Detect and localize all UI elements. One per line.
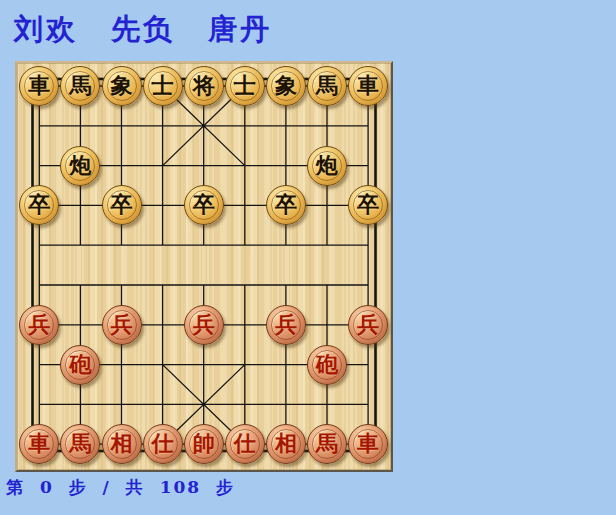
piece-ring (189, 71, 219, 101)
piece-ring (230, 71, 260, 101)
piece-red-cannon[interactable]: 砲 (60, 345, 100, 385)
piece-label: 卒 (357, 193, 379, 215)
piece-ring (271, 190, 301, 220)
piece-label: 卒 (111, 193, 133, 215)
piece-ring (107, 429, 137, 459)
piece-ring (312, 350, 342, 380)
piece-ring (312, 429, 342, 459)
match-title: 刘欢 先负 唐丹 (14, 10, 272, 50)
xiangqi-board[interactable]: 車馬象士将士象馬車炮炮卒卒卒卒卒兵兵兵兵兵砲砲車馬相仕帥仕相馬車 (15, 61, 393, 472)
piece-red-advisor[interactable]: 仕 (143, 424, 183, 464)
piece-red-soldier[interactable]: 兵 (348, 305, 388, 345)
piece-ring (312, 71, 342, 101)
piece-label: 砲 (69, 353, 91, 375)
piece-red-elephant[interactable]: 相 (266, 424, 306, 464)
piece-label: 兵 (111, 313, 133, 335)
app-window: 刘欢 先负 唐丹 車馬象士将士象馬車炮炮卒卒卒卒卒兵兵兵兵兵砲砲車馬相仕帥仕相馬… (0, 0, 616, 515)
piece-ring (24, 429, 54, 459)
piece-label: 卒 (193, 193, 215, 215)
piece-label: 馬 (316, 74, 338, 96)
piece-red-chariot[interactable]: 車 (348, 424, 388, 464)
piece-red-advisor[interactable]: 仕 (225, 424, 265, 464)
piece-ring (107, 190, 137, 220)
piece-ring (353, 310, 383, 340)
piece-ring (271, 429, 301, 459)
piece-ring (24, 71, 54, 101)
piece-ring (107, 310, 137, 340)
piece-label: 馬 (316, 432, 338, 454)
piece-ring (271, 310, 301, 340)
piece-label: 兵 (357, 313, 379, 335)
piece-ring (353, 190, 383, 220)
piece-label: 馬 (69, 432, 91, 454)
piece-ring (189, 429, 219, 459)
piece-red-general[interactable]: 帥 (184, 424, 224, 464)
piece-black-elephant[interactable]: 象 (266, 66, 306, 106)
piece-label: 兵 (193, 313, 215, 335)
piece-black-elephant[interactable]: 象 (102, 66, 142, 106)
piece-ring (107, 71, 137, 101)
piece-black-cannon[interactable]: 炮 (60, 146, 100, 186)
piece-black-soldier[interactable]: 卒 (184, 185, 224, 225)
piece-red-soldier[interactable]: 兵 (184, 305, 224, 345)
piece-label: 相 (275, 432, 297, 454)
piece-ring (189, 310, 219, 340)
move-counter: 第 0 步 / 共 108 步 (6, 476, 235, 499)
piece-label: 馬 (69, 74, 91, 96)
piece-red-soldier[interactable]: 兵 (266, 305, 306, 345)
piece-black-advisor[interactable]: 士 (225, 66, 265, 106)
piece-label: 卒 (28, 193, 50, 215)
piece-label: 仕 (234, 432, 256, 454)
piece-label: 兵 (28, 313, 50, 335)
piece-ring (230, 429, 260, 459)
piece-label: 卒 (275, 193, 297, 215)
piece-ring (148, 71, 178, 101)
piece-black-advisor[interactable]: 士 (143, 66, 183, 106)
piece-label: 炮 (69, 154, 91, 176)
piece-label: 車 (28, 74, 50, 96)
piece-ring (353, 71, 383, 101)
piece-red-cannon[interactable]: 砲 (307, 345, 347, 385)
piece-ring (24, 310, 54, 340)
piece-label: 兵 (275, 313, 297, 335)
piece-ring (65, 151, 95, 181)
piece-label: 仕 (152, 432, 174, 454)
piece-black-soldier[interactable]: 卒 (102, 185, 142, 225)
piece-label: 帥 (193, 432, 215, 454)
piece-label: 相 (111, 432, 133, 454)
piece-black-horse[interactable]: 馬 (307, 66, 347, 106)
piece-label: 士 (152, 74, 174, 96)
piece-ring (271, 71, 301, 101)
piece-label: 車 (357, 74, 379, 96)
piece-red-soldier[interactable]: 兵 (102, 305, 142, 345)
piece-label: 象 (275, 74, 297, 96)
piece-label: 象 (111, 74, 133, 96)
piece-ring (189, 190, 219, 220)
piece-red-soldier[interactable]: 兵 (19, 305, 59, 345)
piece-ring (353, 429, 383, 459)
piece-ring (24, 190, 54, 220)
piece-ring (312, 151, 342, 181)
piece-ring (65, 429, 95, 459)
piece-red-horse[interactable]: 馬 (307, 424, 347, 464)
piece-label: 車 (357, 432, 379, 454)
piece-black-general[interactable]: 将 (184, 66, 224, 106)
board-grid (17, 63, 391, 470)
piece-label: 砲 (316, 353, 338, 375)
piece-label: 将 (193, 74, 215, 96)
board-lines (39, 86, 368, 444)
piece-label: 炮 (316, 154, 338, 176)
piece-black-cannon[interactable]: 炮 (307, 146, 347, 186)
piece-label: 車 (28, 432, 50, 454)
piece-ring (148, 429, 178, 459)
piece-red-elephant[interactable]: 相 (102, 424, 142, 464)
piece-black-chariot[interactable]: 車 (348, 66, 388, 106)
piece-ring (65, 350, 95, 380)
piece-label: 士 (234, 74, 256, 96)
piece-ring (65, 71, 95, 101)
